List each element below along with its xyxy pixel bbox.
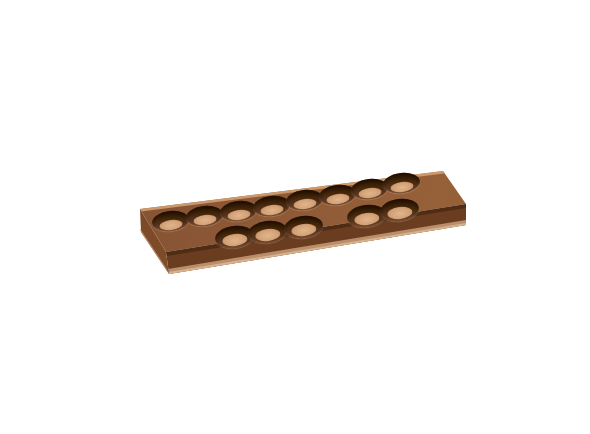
pit-floor: [158, 218, 183, 231]
pit-floor: [226, 208, 251, 221]
pit-floor: [290, 223, 316, 238]
pit-floor: [357, 186, 382, 199]
mancala-board: [0, 0, 590, 434]
pit-floor: [254, 228, 280, 243]
product-photo-canvas: [0, 0, 590, 434]
pit-floor: [259, 203, 284, 216]
pit-floor: [192, 213, 217, 226]
pit-floor: [221, 233, 247, 248]
pit-floor: [325, 192, 350, 205]
pit-floor: [386, 206, 412, 221]
pit-floor: [353, 212, 379, 227]
pit-floor: [292, 197, 317, 210]
pit-floor: [389, 180, 414, 193]
